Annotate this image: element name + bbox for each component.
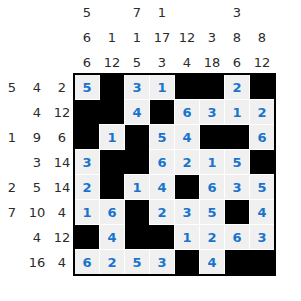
- top-clue-r1c8: [250, 0, 274, 24]
- cell-r6c1[interactable]: 1: [75, 200, 99, 224]
- cell-r8c3[interactable]: 5: [125, 250, 149, 274]
- top-clue-r3c2: 12: [100, 50, 124, 74]
- top-clue-r3c6: 18: [200, 50, 224, 74]
- top-clue-r2c3: 1: [125, 25, 149, 49]
- cell-r1c8-black: [250, 75, 274, 99]
- cell-r8c5-black: [175, 250, 199, 274]
- cell-r5c3[interactable]: 1: [125, 175, 149, 199]
- top-clue-r3c5: 4: [175, 50, 199, 74]
- left-clue-r1c2: 4: [25, 75, 49, 99]
- top-clue-r3c8: 12: [250, 50, 274, 74]
- cell-r3c2[interactable]: 1: [100, 125, 124, 149]
- cell-r4c5[interactable]: 2: [175, 150, 199, 174]
- top-clue-r1c6: [200, 0, 224, 24]
- cell-r7c5[interactable]: 1: [175, 225, 199, 249]
- cell-r1c1[interactable]: 5: [75, 75, 99, 99]
- top-clue-r2c5: 12: [175, 25, 199, 49]
- cell-r5c1[interactable]: 2: [75, 175, 99, 199]
- cell-r4c1[interactable]: 3: [75, 150, 99, 174]
- cell-r7c2[interactable]: 4: [100, 225, 124, 249]
- top-clue-r1c3: 7: [125, 0, 149, 24]
- left-clue-r6c1: 7: [0, 200, 24, 224]
- top-clue-r2c2: 1: [100, 25, 124, 49]
- cell-r1c3[interactable]: 3: [125, 75, 149, 99]
- cell-r8c2[interactable]: 2: [100, 250, 124, 274]
- left-clue-r4c2: 3: [25, 150, 49, 174]
- cell-r6c7-black: [225, 200, 249, 224]
- cell-r1c5-black: [175, 75, 199, 99]
- top-clue-r1c4: 1: [150, 0, 174, 24]
- cell-r2c8[interactable]: 2: [250, 100, 274, 124]
- left-clue-r3c2: 9: [25, 125, 49, 149]
- left-clue-r5c2: 5: [25, 175, 49, 199]
- cell-r8c6[interactable]: 4: [200, 250, 224, 274]
- cell-r4c7[interactable]: 5: [225, 150, 249, 174]
- cell-r6c4[interactable]: 2: [150, 200, 174, 224]
- left-clue-r7c1: [0, 225, 24, 249]
- cell-r3c4[interactable]: 5: [150, 125, 174, 149]
- left-clue-r6c3: 4: [50, 200, 74, 224]
- cell-r7c8[interactable]: 3: [250, 225, 274, 249]
- top-clue-r1c7: 3: [225, 0, 249, 24]
- cell-r5c8[interactable]: 5: [250, 175, 274, 199]
- top-clue-r2c1: 6: [75, 25, 99, 49]
- top-clue-r3c7: 6: [225, 50, 249, 74]
- cell-r5c4[interactable]: 4: [150, 175, 174, 199]
- left-clue-r6c2: 10: [25, 200, 49, 224]
- left-clue-r1c1: 5: [0, 75, 24, 99]
- cell-r3c1-black: [75, 125, 99, 149]
- cell-r1c4[interactable]: 1: [150, 75, 174, 99]
- left-clue-r5c1: 2: [0, 175, 24, 199]
- cell-r5c5-black: [175, 175, 199, 199]
- cell-r3c3-black: [125, 125, 149, 149]
- cell-r7c1-black: [75, 225, 99, 249]
- cell-r6c8[interactable]: 4: [250, 200, 274, 224]
- cell-r8c4[interactable]: 3: [150, 250, 174, 274]
- cell-r4c3-black: [125, 150, 149, 174]
- top-clue-r3c1: 6: [75, 50, 99, 74]
- cell-r5c2-black: [100, 175, 124, 199]
- top-clue-r3c3: 5: [125, 50, 149, 74]
- top-clue-r2c7: 8: [225, 25, 249, 49]
- left-clue-r5c3: 14: [50, 175, 74, 199]
- left-clue-r2c2: 4: [25, 100, 49, 124]
- cell-r4c2-black: [100, 150, 124, 174]
- left-clue-r2c1: [0, 100, 24, 124]
- cell-r4c6[interactable]: 1: [200, 150, 224, 174]
- left-clue-r7c2: 4: [25, 225, 49, 249]
- left-clue-r3c1: 1: [0, 125, 24, 149]
- top-clue-r3c4: 3: [150, 50, 174, 74]
- puzzle-board: 5312463121546362152146351623544126362534: [73, 73, 276, 276]
- top-clues: 5713611171238861253418612: [75, 0, 274, 74]
- cell-r4c4[interactable]: 6: [150, 150, 174, 174]
- cell-r7c7[interactable]: 6: [225, 225, 249, 249]
- cell-r2c1-black: [75, 100, 99, 124]
- left-clue-r2c3: 12: [50, 100, 74, 124]
- cell-r4c8-black: [250, 150, 274, 174]
- top-clue-r1c2: [100, 0, 124, 24]
- top-clue-r2c6: 3: [200, 25, 224, 49]
- left-clue-r8c2: 16: [25, 250, 49, 274]
- cell-r8c7-black: [225, 250, 249, 274]
- cell-r1c7[interactable]: 2: [225, 75, 249, 99]
- puzzle-page: 5713611171238861253418612 54241219631425…: [0, 0, 301, 301]
- cell-r7c6[interactable]: 2: [200, 225, 224, 249]
- left-clue-r1c3: 2: [50, 75, 74, 99]
- cell-r6c2[interactable]: 6: [100, 200, 124, 224]
- left-clue-r3c3: 6: [50, 125, 74, 149]
- cell-r6c6[interactable]: 5: [200, 200, 224, 224]
- cell-r7c3-black: [125, 225, 149, 249]
- cell-r3c7-black: [225, 125, 249, 149]
- left-clue-r7c3: 12: [50, 225, 74, 249]
- cell-r3c5[interactable]: 4: [175, 125, 199, 149]
- top-clue-r2c4: 17: [150, 25, 174, 49]
- cell-r6c5[interactable]: 3: [175, 200, 199, 224]
- top-clue-r2c8: 8: [250, 25, 274, 49]
- cell-r1c2-black: [100, 75, 124, 99]
- cell-r7c4-black: [150, 225, 174, 249]
- left-clue-r8c3: 4: [50, 250, 74, 274]
- left-clue-r8c1: [0, 250, 24, 274]
- cell-r3c6-black: [200, 125, 224, 149]
- cell-r5c6[interactable]: 6: [200, 175, 224, 199]
- cell-r2c4-black: [150, 100, 174, 124]
- cell-r2c6[interactable]: 3: [200, 100, 224, 124]
- left-clues: 54241219631425147104412164: [0, 75, 74, 274]
- cell-r8c1[interactable]: 6: [75, 250, 99, 274]
- cell-r5c7[interactable]: 3: [225, 175, 249, 199]
- cell-r2c5[interactable]: 6: [175, 100, 199, 124]
- cell-r2c3[interactable]: 4: [125, 100, 149, 124]
- cell-r1c6-black: [200, 75, 224, 99]
- cell-r2c7[interactable]: 1: [225, 100, 249, 124]
- cell-r8c8-black: [250, 250, 274, 274]
- left-clue-r4c3: 14: [50, 150, 74, 174]
- top-clue-r1c1: 5: [75, 0, 99, 24]
- left-clue-r4c1: [0, 150, 24, 174]
- cell-r6c3-black: [125, 200, 149, 224]
- cell-r2c2-black: [100, 100, 124, 124]
- top-clue-r1c5: [175, 0, 199, 24]
- cell-r3c8[interactable]: 6: [250, 125, 274, 149]
